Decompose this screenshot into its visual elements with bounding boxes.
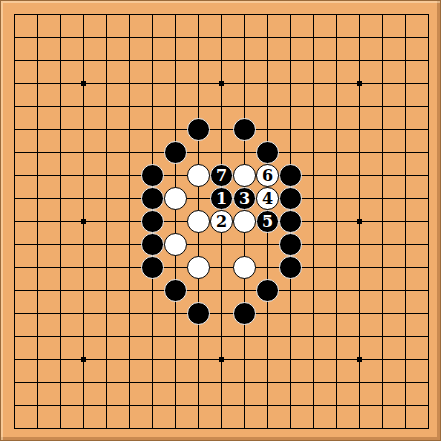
black-stone[interactable] xyxy=(256,279,279,302)
star-point xyxy=(81,219,86,224)
black-stone[interactable] xyxy=(256,141,279,164)
black-stone[interactable] xyxy=(279,164,302,187)
black-stone[interactable] xyxy=(141,210,164,233)
black-stone[interactable] xyxy=(279,210,302,233)
white-stone[interactable] xyxy=(187,210,210,233)
move-2-stone[interactable]: 2 xyxy=(210,210,233,233)
black-stone[interactable] xyxy=(279,187,302,210)
white-stone[interactable] xyxy=(187,256,210,279)
black-stone[interactable] xyxy=(279,256,302,279)
black-stone[interactable] xyxy=(233,302,256,325)
star-point xyxy=(81,81,86,86)
black-stone[interactable] xyxy=(141,256,164,279)
move-7-stone[interactable]: 7 xyxy=(210,164,233,187)
black-stone[interactable] xyxy=(164,279,187,302)
star-point xyxy=(219,357,224,362)
go-board: 7613425 xyxy=(0,0,441,441)
board-grid[interactable]: 7613425 xyxy=(14,14,429,429)
black-stone[interactable] xyxy=(233,118,256,141)
white-stone[interactable] xyxy=(164,233,187,256)
white-stone[interactable] xyxy=(164,187,187,210)
star-point xyxy=(357,357,362,362)
white-stone[interactable] xyxy=(233,210,256,233)
star-point xyxy=(219,81,224,86)
move-1-stone[interactable]: 1 xyxy=(210,187,233,210)
white-stone[interactable] xyxy=(233,256,256,279)
move-6-stone[interactable]: 6 xyxy=(256,164,279,187)
move-5-stone[interactable]: 5 xyxy=(256,210,279,233)
move-3-stone[interactable]: 3 xyxy=(233,187,256,210)
black-stone[interactable] xyxy=(279,233,302,256)
star-point xyxy=(357,81,362,86)
star-point xyxy=(81,357,86,362)
black-stone[interactable] xyxy=(141,164,164,187)
black-stone[interactable] xyxy=(141,187,164,210)
white-stone[interactable] xyxy=(233,164,256,187)
black-stone[interactable] xyxy=(187,302,210,325)
black-stone[interactable] xyxy=(187,118,210,141)
star-point xyxy=(357,219,362,224)
white-stone[interactable] xyxy=(187,164,210,187)
black-stone[interactable] xyxy=(141,233,164,256)
black-stone[interactable] xyxy=(164,141,187,164)
move-4-stone[interactable]: 4 xyxy=(256,187,279,210)
